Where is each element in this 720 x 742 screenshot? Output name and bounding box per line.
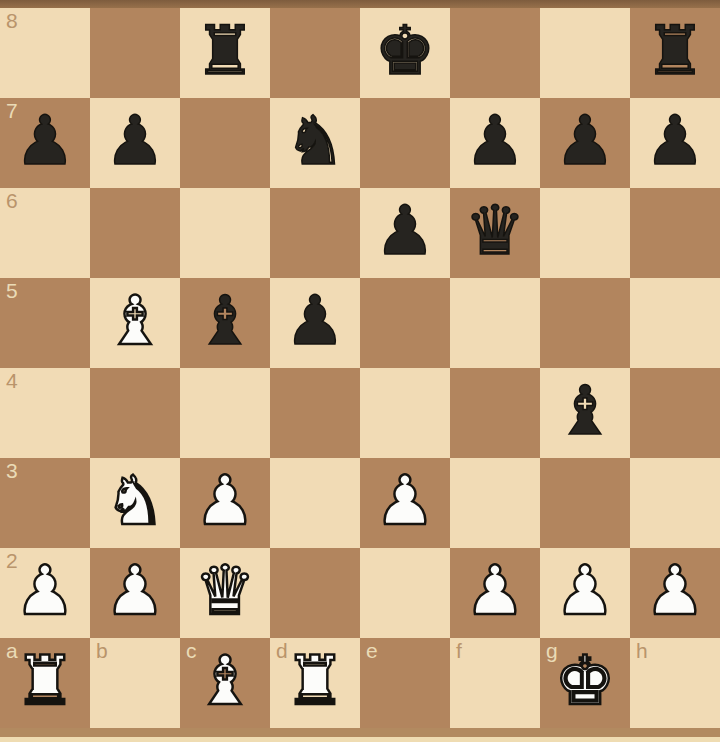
piece-white-rook-d1[interactable]: ♜︎ [285, 636, 346, 726]
piece-white-rook-a1[interactable]: ♜︎ [15, 636, 76, 726]
piece-white-knight-b3[interactable]: ♞︎ [105, 456, 166, 546]
file-label-h1: h [636, 640, 648, 662]
piece-white-pawn-c3[interactable]: ♟︎ [195, 456, 256, 546]
square-e1[interactable]: e [360, 638, 450, 728]
square-d5[interactable]: ♟︎ [270, 278, 360, 368]
square-b6[interactable] [90, 188, 180, 278]
square-b2[interactable]: ♟︎ [90, 548, 180, 638]
square-e8[interactable]: ♚︎ [360, 8, 450, 98]
piece-black-bishop-c5[interactable]: ♝︎ [195, 276, 256, 366]
square-g2[interactable]: ♟︎ [540, 548, 630, 638]
top-edge-strip [0, 0, 720, 8]
square-f8[interactable] [450, 8, 540, 98]
square-f3[interactable] [450, 458, 540, 548]
square-a2[interactable]: 2♟︎ [0, 548, 90, 638]
square-c8[interactable]: ♜︎ [180, 8, 270, 98]
square-c5[interactable]: ♝︎ [180, 278, 270, 368]
square-e7[interactable] [360, 98, 450, 188]
piece-black-knight-d7[interactable]: ♞︎ [285, 96, 346, 186]
square-h6[interactable] [630, 188, 720, 278]
square-f6[interactable]: ♛︎ [450, 188, 540, 278]
piece-white-pawn-g2[interactable]: ♟︎ [555, 546, 616, 636]
piece-white-pawn-h2[interactable]: ♟︎ [645, 546, 706, 636]
piece-black-rook-c8[interactable]: ♜︎ [195, 6, 256, 96]
piece-black-pawn-e6[interactable]: ♟︎ [375, 186, 436, 276]
square-a4[interactable]: 4 [0, 368, 90, 458]
square-g6[interactable] [540, 188, 630, 278]
piece-white-pawn-b2[interactable]: ♟︎ [105, 546, 166, 636]
square-a7[interactable]: 7♟︎ [0, 98, 90, 188]
square-a5[interactable]: 5 [0, 278, 90, 368]
square-h5[interactable] [630, 278, 720, 368]
file-label-b1: b [96, 640, 108, 662]
square-b4[interactable] [90, 368, 180, 458]
square-b3[interactable]: ♞︎ [90, 458, 180, 548]
piece-black-bishop-g4[interactable]: ♝︎ [555, 366, 616, 456]
square-g7[interactable]: ♟︎ [540, 98, 630, 188]
square-g8[interactable] [540, 8, 630, 98]
square-d1[interactable]: d♜︎ [270, 638, 360, 728]
square-d7[interactable]: ♞︎ [270, 98, 360, 188]
rank-label-a5: 5 [6, 280, 18, 302]
piece-black-pawn-h7[interactable]: ♟︎ [645, 96, 706, 186]
square-c6[interactable] [180, 188, 270, 278]
square-h1[interactable]: h [630, 638, 720, 728]
rank-label-a4: 4 [6, 370, 18, 392]
piece-white-pawn-a2[interactable]: ♟︎ [15, 546, 76, 636]
piece-white-bishop-b5[interactable]: ♝︎ [105, 276, 166, 366]
bottom-background-strip [0, 737, 720, 742]
square-g3[interactable] [540, 458, 630, 548]
square-e2[interactable] [360, 548, 450, 638]
piece-black-rook-h8[interactable]: ♜︎ [645, 6, 706, 96]
square-a8[interactable]: 8 [0, 8, 90, 98]
square-e5[interactable] [360, 278, 450, 368]
rank-label-a8: 8 [6, 10, 18, 32]
piece-white-pawn-f2[interactable]: ♟︎ [465, 546, 526, 636]
square-f4[interactable] [450, 368, 540, 458]
square-b7[interactable]: ♟︎ [90, 98, 180, 188]
square-h2[interactable]: ♟︎ [630, 548, 720, 638]
square-c2[interactable]: ♛︎ [180, 548, 270, 638]
rank-label-a6: 6 [6, 190, 18, 212]
square-c1[interactable]: c♝︎ [180, 638, 270, 728]
piece-black-pawn-a7[interactable]: ♟︎ [15, 96, 76, 186]
square-g5[interactable] [540, 278, 630, 368]
square-h7[interactable]: ♟︎ [630, 98, 720, 188]
square-e4[interactable] [360, 368, 450, 458]
chess-app-screen: 8♜︎♚︎♜︎7♟︎♟︎♞︎♟︎♟︎♟︎6♟︎♛︎5♝︎♝︎♟︎4♝︎3♞︎♟︎… [0, 0, 720, 742]
square-h8[interactable]: ♜︎ [630, 8, 720, 98]
square-d2[interactable] [270, 548, 360, 638]
square-a1[interactable]: a♜︎ [0, 638, 90, 728]
piece-black-king-e8[interactable]: ♚︎ [375, 6, 436, 96]
piece-white-bishop-c1[interactable]: ♝︎ [195, 636, 256, 726]
square-a6[interactable]: 6 [0, 188, 90, 278]
piece-black-queen-f6[interactable]: ♛︎ [465, 186, 526, 276]
square-f5[interactable] [450, 278, 540, 368]
chess-board: 8♜︎♚︎♜︎7♟︎♟︎♞︎♟︎♟︎♟︎6♟︎♛︎5♝︎♝︎♟︎4♝︎3♞︎♟︎… [0, 8, 720, 728]
square-g4[interactable]: ♝︎ [540, 368, 630, 458]
square-e6[interactable]: ♟︎ [360, 188, 450, 278]
piece-white-queen-c2[interactable]: ♛︎ [195, 546, 256, 636]
file-label-f1: f [456, 640, 462, 662]
square-f2[interactable]: ♟︎ [450, 548, 540, 638]
square-b5[interactable]: ♝︎ [90, 278, 180, 368]
piece-black-pawn-d5[interactable]: ♟︎ [285, 276, 346, 366]
file-label-e1: e [366, 640, 378, 662]
square-d4[interactable] [270, 368, 360, 458]
piece-white-pawn-e3[interactable]: ♟︎ [375, 456, 436, 546]
square-f1[interactable]: f [450, 638, 540, 728]
piece-black-pawn-b7[interactable]: ♟︎ [105, 96, 166, 186]
square-c3[interactable]: ♟︎ [180, 458, 270, 548]
rank-label-a3: 3 [6, 460, 18, 482]
square-f7[interactable]: ♟︎ [450, 98, 540, 188]
square-b1[interactable]: b [90, 638, 180, 728]
square-e3[interactable]: ♟︎ [360, 458, 450, 548]
square-d8[interactable] [270, 8, 360, 98]
square-b8[interactable] [90, 8, 180, 98]
piece-white-king-g1[interactable]: ♚︎ [555, 636, 616, 726]
square-h4[interactable] [630, 368, 720, 458]
square-c4[interactable] [180, 368, 270, 458]
square-g1[interactable]: g♚︎ [540, 638, 630, 728]
square-a3[interactable]: 3 [0, 458, 90, 548]
square-d6[interactable] [270, 188, 360, 278]
square-c7[interactable] [180, 98, 270, 188]
bottom-edge-strip [0, 728, 720, 737]
square-h3[interactable] [630, 458, 720, 548]
piece-black-pawn-g7[interactable]: ♟︎ [555, 96, 616, 186]
piece-black-pawn-f7[interactable]: ♟︎ [465, 96, 526, 186]
square-d3[interactable] [270, 458, 360, 548]
